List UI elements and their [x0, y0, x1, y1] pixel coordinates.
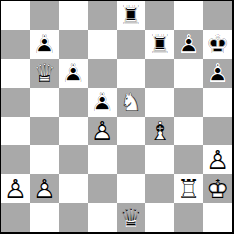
black-rook-icon: ♜: [145, 30, 174, 59]
piece-black-king[interactable]: ♚♔: [203, 30, 232, 59]
black-rook-outline-icon: ♖: [117, 1, 146, 30]
square-b3[interactable]: [30, 145, 59, 174]
square-h1[interactable]: [203, 203, 232, 232]
square-e2[interactable]: [117, 174, 146, 203]
white-king-icon: ♚: [203, 174, 232, 203]
square-d6[interactable]: [88, 59, 117, 88]
square-f3[interactable]: [145, 145, 174, 174]
black-pawn-outline-icon: ♙: [88, 88, 117, 117]
white-rook-outline-icon: ♖: [174, 174, 203, 203]
square-g8[interactable]: [174, 1, 203, 30]
square-g6[interactable]: [174, 59, 203, 88]
square-b8[interactable]: [30, 1, 59, 30]
piece-black-rook[interactable]: ♜♖: [145, 30, 174, 59]
white-king-outline-icon: ♔: [203, 174, 232, 203]
square-c3[interactable]: [59, 145, 88, 174]
white-knight-icon: ♞: [117, 88, 146, 117]
square-d4[interactable]: ♟♙: [88, 117, 117, 146]
square-d5[interactable]: ♟♙: [88, 88, 117, 117]
piece-white-pawn[interactable]: ♟♙: [30, 174, 59, 203]
square-b7[interactable]: ♟♙: [30, 30, 59, 59]
square-f1[interactable]: [145, 203, 174, 232]
square-h3[interactable]: ♟♙: [203, 145, 232, 174]
white-pawn-outline-icon: ♙: [1, 174, 30, 203]
black-pawn-icon: ♟: [59, 59, 88, 88]
square-b6[interactable]: ♛♕: [30, 59, 59, 88]
square-e8[interactable]: ♜♖: [117, 1, 146, 30]
square-c8[interactable]: [59, 1, 88, 30]
square-h8[interactable]: [203, 1, 232, 30]
white-bishop-outline-icon: ♗: [145, 117, 174, 146]
square-h7[interactable]: ♚♔: [203, 30, 232, 59]
piece-white-pawn[interactable]: ♟♙: [203, 145, 232, 174]
square-c4[interactable]: [59, 117, 88, 146]
square-f4[interactable]: ♝♗: [145, 117, 174, 146]
square-a7[interactable]: [1, 30, 30, 59]
square-h5[interactable]: [203, 88, 232, 117]
square-g4[interactable]: [174, 117, 203, 146]
piece-white-pawn[interactable]: ♟♙: [88, 117, 117, 146]
piece-white-pawn[interactable]: ♟♙: [1, 174, 30, 203]
piece-black-queen[interactable]: ♛♕: [117, 203, 146, 232]
square-a6[interactable]: [1, 59, 30, 88]
black-king-outline-icon: ♔: [203, 30, 232, 59]
square-f8[interactable]: [145, 1, 174, 30]
square-g2[interactable]: ♜♖: [174, 174, 203, 203]
piece-black-pawn[interactable]: ♟♙: [203, 59, 232, 88]
square-h4[interactable]: [203, 117, 232, 146]
piece-white-bishop[interactable]: ♝♗: [145, 117, 174, 146]
square-a4[interactable]: [1, 117, 30, 146]
square-a8[interactable]: [1, 1, 30, 30]
black-queen-outline-icon: ♕: [117, 203, 146, 232]
square-h6[interactable]: ♟♙: [203, 59, 232, 88]
square-a5[interactable]: [1, 88, 30, 117]
square-d2[interactable]: [88, 174, 117, 203]
piece-white-rook[interactable]: ♜♖: [174, 174, 203, 203]
black-queen-icon: ♛: [117, 203, 146, 232]
white-rook-icon: ♜: [174, 174, 203, 203]
square-f2[interactable]: [145, 174, 174, 203]
square-a1[interactable]: [1, 203, 30, 232]
square-d8[interactable]: [88, 1, 117, 30]
piece-white-king[interactable]: ♚♔: [203, 174, 232, 203]
white-bishop-icon: ♝: [145, 117, 174, 146]
black-pawn-outline-icon: ♙: [174, 30, 203, 59]
square-d7[interactable]: [88, 30, 117, 59]
square-b5[interactable]: [30, 88, 59, 117]
piece-white-queen[interactable]: ♛♕: [30, 59, 59, 88]
piece-black-pawn[interactable]: ♟♙: [30, 30, 59, 59]
square-f7[interactable]: ♜♖: [145, 30, 174, 59]
square-c7[interactable]: [59, 30, 88, 59]
piece-black-pawn[interactable]: ♟♙: [59, 59, 88, 88]
square-c5[interactable]: [59, 88, 88, 117]
square-h2[interactable]: ♚♔: [203, 174, 232, 203]
white-pawn-icon: ♟: [1, 174, 30, 203]
square-d3[interactable]: [88, 145, 117, 174]
black-rook-outline-icon: ♖: [145, 30, 174, 59]
black-king-icon: ♚: [203, 30, 232, 59]
white-pawn-icon: ♟: [30, 174, 59, 203]
square-c2[interactable]: [59, 174, 88, 203]
square-a3[interactable]: [1, 145, 30, 174]
piece-black-pawn[interactable]: ♟♙: [174, 30, 203, 59]
square-e4[interactable]: [117, 117, 146, 146]
black-pawn-icon: ♟: [203, 59, 232, 88]
black-pawn-icon: ♟: [174, 30, 203, 59]
black-pawn-icon: ♟: [30, 30, 59, 59]
white-pawn-icon: ♟: [88, 117, 117, 146]
square-g5[interactable]: [174, 88, 203, 117]
square-b4[interactable]: [30, 117, 59, 146]
square-e6[interactable]: [117, 59, 146, 88]
black-pawn-outline-icon: ♙: [30, 30, 59, 59]
square-e5[interactable]: ♞♘: [117, 88, 146, 117]
square-g3[interactable]: [174, 145, 203, 174]
square-e1[interactable]: ♛♕: [117, 203, 146, 232]
square-f5[interactable]: [145, 88, 174, 117]
square-e7[interactable]: [117, 30, 146, 59]
square-g1[interactable]: [174, 203, 203, 232]
square-e3[interactable]: [117, 145, 146, 174]
black-pawn-outline-icon: ♙: [59, 59, 88, 88]
black-rook-icon: ♜: [117, 1, 146, 30]
white-pawn-outline-icon: ♙: [88, 117, 117, 146]
piece-black-rook[interactable]: ♜♖: [117, 1, 146, 30]
black-pawn-outline-icon: ♙: [203, 59, 232, 88]
square-c1[interactable]: [59, 203, 88, 232]
white-queen-outline-icon: ♕: [30, 59, 59, 88]
white-pawn-outline-icon: ♙: [203, 145, 232, 174]
square-f6[interactable]: [145, 59, 174, 88]
black-pawn-icon: ♟: [88, 88, 117, 117]
square-g7[interactable]: ♟♙: [174, 30, 203, 59]
square-a2[interactable]: ♟♙: [1, 174, 30, 203]
square-d1[interactable]: [88, 203, 117, 232]
white-knight-outline-icon: ♘: [117, 88, 146, 117]
square-b1[interactable]: [30, 203, 59, 232]
piece-white-knight[interactable]: ♞♘: [117, 88, 146, 117]
white-queen-icon: ♛: [30, 59, 59, 88]
square-c6[interactable]: ♟♙: [59, 59, 88, 88]
white-pawn-icon: ♟: [203, 145, 232, 174]
chess-board: ♜♖♟♙♜♖♟♙♚♔♛♕♟♙♟♙♟♙♞♘♟♙♝♗♟♙♟♙♟♙♜♖♚♔♛♕: [0, 0, 234, 234]
piece-black-pawn[interactable]: ♟♙: [88, 88, 117, 117]
white-pawn-outline-icon: ♙: [30, 174, 59, 203]
square-b2[interactable]: ♟♙: [30, 174, 59, 203]
